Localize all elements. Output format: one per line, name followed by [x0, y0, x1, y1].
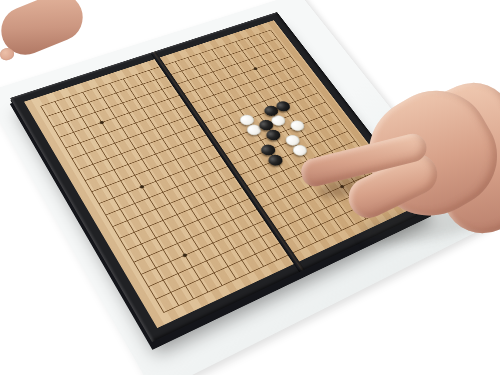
grid-line-vertical — [96, 87, 223, 286]
white-stone[interactable] — [288, 119, 307, 133]
product-photo-scene — [0, 0, 500, 375]
